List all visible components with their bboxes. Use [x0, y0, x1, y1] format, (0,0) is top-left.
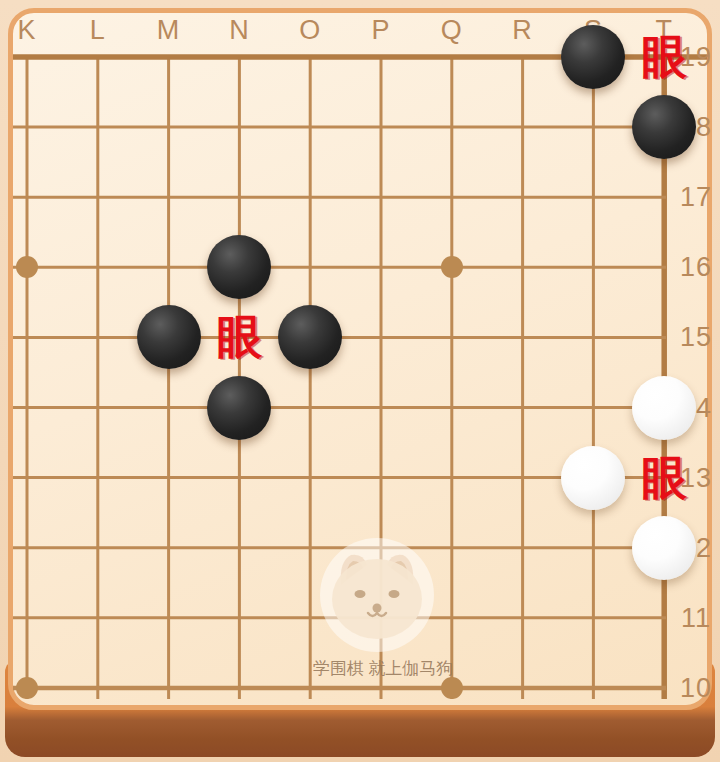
- black-stone-N16: [207, 235, 271, 299]
- black-stone-S19: [561, 25, 625, 89]
- eye-marker-N15: 眼: [216, 314, 262, 360]
- column-label-Q: Q: [441, 15, 463, 46]
- go-board-app: KLMNOPQRST19181716151413121110 眼眼眼 学围棋 就…: [0, 0, 720, 762]
- column-label-P: P: [371, 15, 390, 46]
- star-point-Q16: [441, 256, 463, 278]
- row-label-16: 16: [680, 252, 712, 283]
- watermark-text: 学围棋 就上伽马狗: [313, 657, 454, 680]
- row-label-11: 11: [681, 602, 711, 633]
- black-stone-M15: [137, 305, 201, 369]
- row-label-10: 10: [680, 672, 712, 703]
- column-label-R: R: [512, 15, 533, 46]
- black-stone-T18: [632, 95, 696, 159]
- column-label-L: L: [90, 15, 106, 46]
- star-point-Q10: [441, 677, 463, 699]
- row-label-17: 17: [680, 182, 712, 213]
- black-stone-O15: [278, 305, 342, 369]
- column-label-K: K: [17, 15, 36, 46]
- white-stone-S13: [561, 446, 625, 510]
- column-label-O: O: [299, 15, 321, 46]
- eye-marker-T13: 眼: [641, 455, 687, 501]
- row-label-15: 15: [680, 322, 712, 353]
- column-label-M: M: [157, 15, 181, 46]
- white-stone-T12: [632, 516, 696, 580]
- eye-marker-T19: 眼: [641, 34, 687, 80]
- star-point-K10: [16, 677, 38, 699]
- column-label-N: N: [229, 15, 250, 46]
- star-point-K16: [16, 256, 38, 278]
- black-stone-N14: [207, 376, 271, 440]
- dog-face-logo: [319, 537, 435, 653]
- white-stone-T14: [632, 376, 696, 440]
